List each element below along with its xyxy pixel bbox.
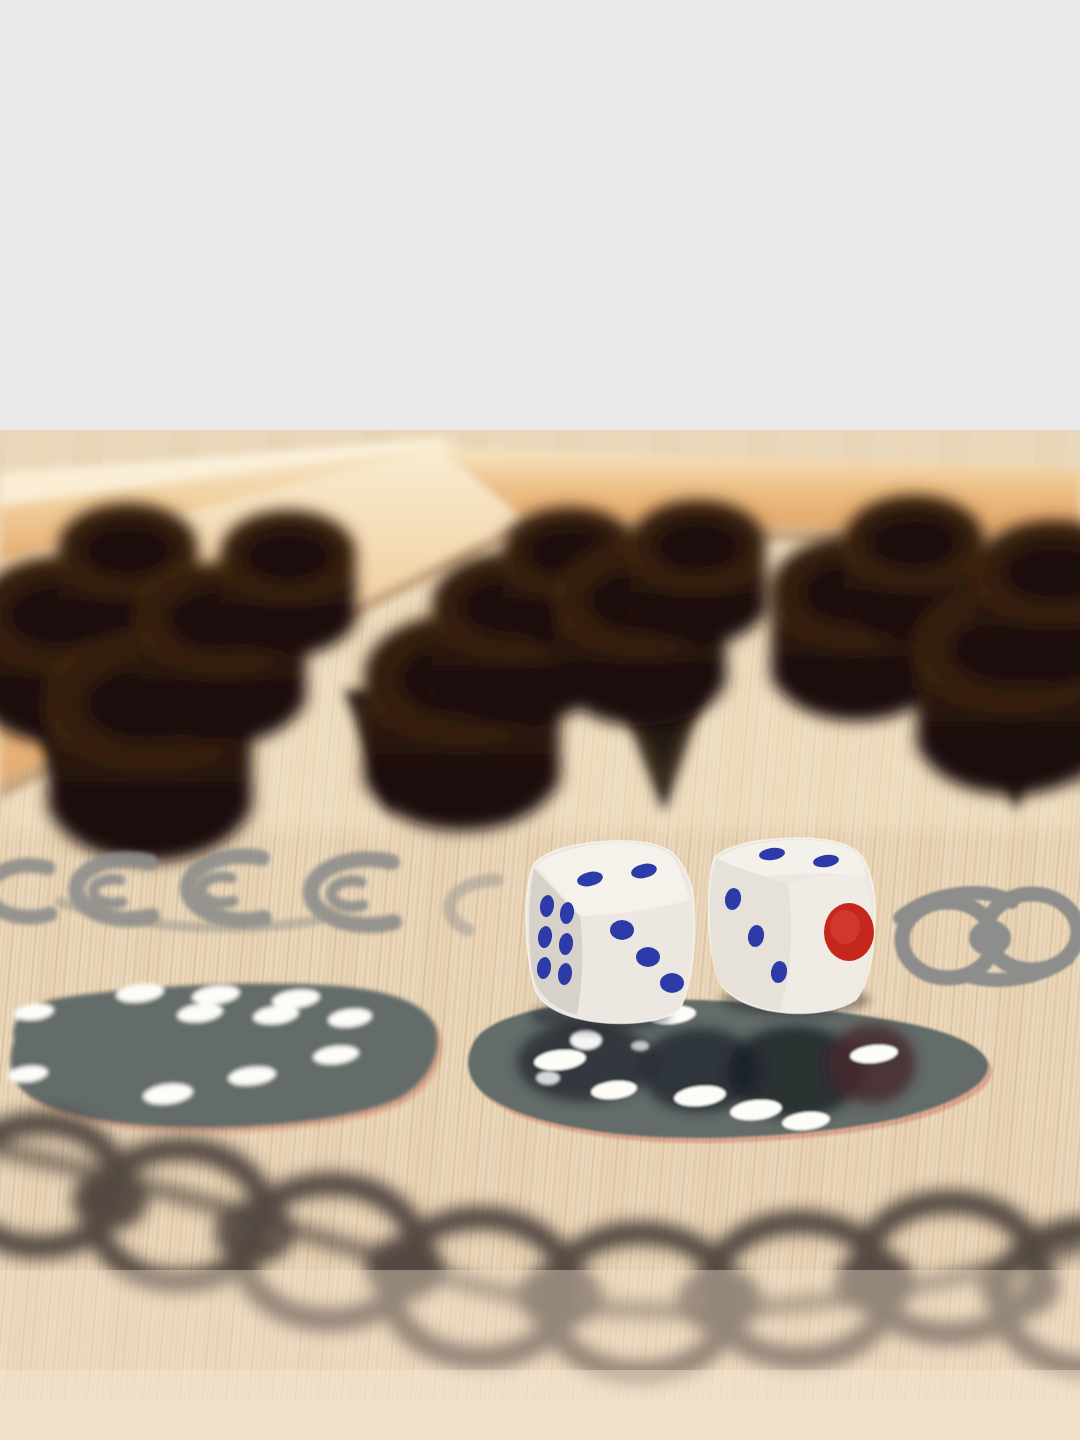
- die-pip: [610, 920, 634, 940]
- backgammon-board-photo: [0, 0, 1080, 1440]
- bottom-haze-2: [0, 1370, 1080, 1440]
- die-pip: [636, 947, 660, 967]
- printed-die-left-body: [11, 983, 438, 1127]
- checker[interactable]: [973, 520, 1080, 686]
- checker[interactable]: [627, 500, 768, 645]
- die-left[interactable]: [526, 841, 694, 1024]
- die-right[interactable]: [708, 838, 875, 1014]
- die-pip: [660, 973, 684, 993]
- printed-die-left: [7, 981, 441, 1133]
- die-pip-red-shade: [830, 910, 860, 944]
- photo-backgammon-scene: [0, 0, 1080, 1440]
- checker[interactable]: [217, 510, 358, 656]
